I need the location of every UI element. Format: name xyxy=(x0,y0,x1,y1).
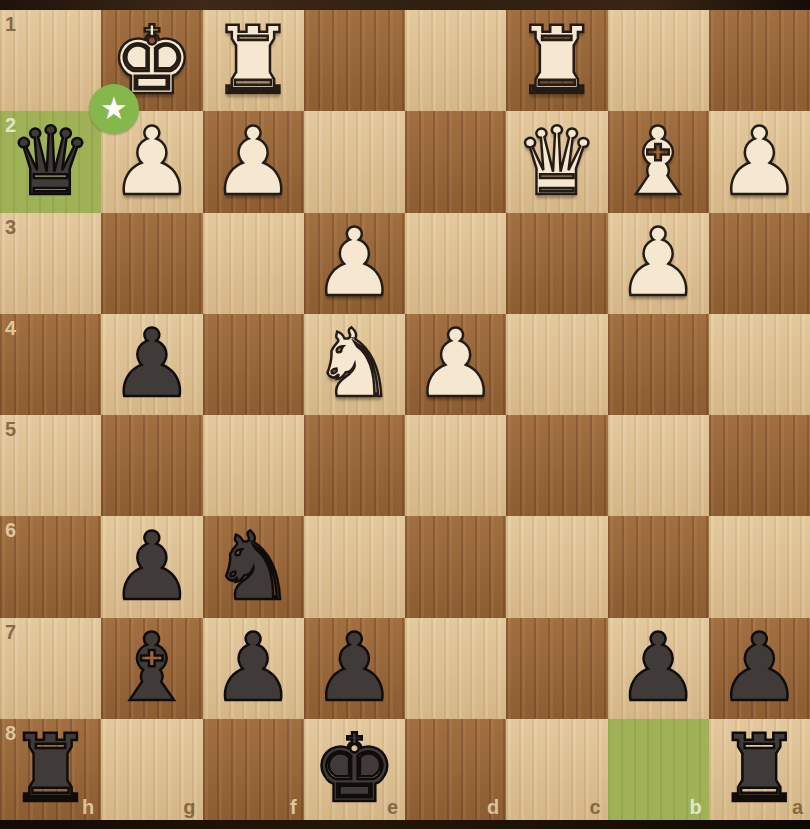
rank-label-8: 8 xyxy=(5,722,16,745)
square-b6[interactable] xyxy=(608,516,709,617)
square-e1[interactable] xyxy=(304,10,405,111)
square-a2[interactable]: ♟ xyxy=(709,111,810,212)
white-rook[interactable]: ♜ xyxy=(203,10,304,111)
black-pawn[interactable]: ♟ xyxy=(608,618,709,719)
table-background-bottom xyxy=(0,820,810,829)
square-d2[interactable] xyxy=(405,111,506,212)
square-d4[interactable]: ♟ xyxy=(405,314,506,415)
square-e2[interactable] xyxy=(304,111,405,212)
square-f6[interactable]: ♞ xyxy=(203,516,304,617)
black-pawn[interactable]: ♟ xyxy=(203,618,304,719)
file-label-c: c xyxy=(589,796,600,819)
square-c3[interactable] xyxy=(506,213,607,314)
square-h8[interactable]: ♜8h xyxy=(0,719,101,820)
square-a1[interactable] xyxy=(709,10,810,111)
rank-label-1: 1 xyxy=(5,13,16,36)
square-g7[interactable]: ♝ xyxy=(101,618,202,719)
square-d8[interactable]: d xyxy=(405,719,506,820)
white-queen[interactable]: ♛ xyxy=(506,111,607,212)
square-g3[interactable] xyxy=(101,213,202,314)
white-pawn[interactable]: ♟ xyxy=(405,314,506,415)
square-d3[interactable] xyxy=(405,213,506,314)
black-knight[interactable]: ♞ xyxy=(203,516,304,617)
square-h1[interactable]: 1 xyxy=(0,10,101,111)
white-pawn[interactable]: ♟ xyxy=(304,213,405,314)
square-a3[interactable] xyxy=(709,213,810,314)
square-d6[interactable] xyxy=(405,516,506,617)
rank-label-3: 3 xyxy=(5,216,16,239)
black-pawn[interactable]: ♟ xyxy=(101,516,202,617)
square-a5[interactable] xyxy=(709,415,810,516)
file-label-b: b xyxy=(690,796,702,819)
file-label-e: e xyxy=(387,796,398,819)
square-e3[interactable]: ♟ xyxy=(304,213,405,314)
rank-label-2: 2 xyxy=(5,114,16,137)
square-b7[interactable]: ♟ xyxy=(608,618,709,719)
rank-label-5: 5 xyxy=(5,418,16,441)
square-h3[interactable]: 3 xyxy=(0,213,101,314)
square-d1[interactable] xyxy=(405,10,506,111)
black-pawn[interactable]: ♟ xyxy=(709,618,810,719)
square-f2[interactable]: ♟ xyxy=(203,111,304,212)
chess-app-screen: 1♚♜♜♛2♟♟♛♝♟3♟♟4♟♞♟56♟♞7♝♟♟♟♟♜8hgf♚edcb♜a… xyxy=(0,0,810,829)
square-d5[interactable] xyxy=(405,415,506,516)
rank-label-7: 7 xyxy=(5,621,16,644)
square-b1[interactable] xyxy=(608,10,709,111)
square-h2[interactable]: ♛2 xyxy=(0,111,101,212)
square-g8[interactable]: g xyxy=(101,719,202,820)
white-pawn[interactable]: ♟ xyxy=(203,111,304,212)
file-label-d: d xyxy=(487,796,499,819)
rank-label-4: 4 xyxy=(5,317,16,340)
square-b3[interactable]: ♟ xyxy=(608,213,709,314)
square-h4[interactable]: 4 xyxy=(0,314,101,415)
white-knight[interactable]: ♞ xyxy=(304,314,405,415)
white-pawn[interactable]: ♟ xyxy=(608,213,709,314)
square-a7[interactable]: ♟ xyxy=(709,618,810,719)
best-move-badge: ★ xyxy=(89,84,139,134)
star-icon: ★ xyxy=(100,93,128,124)
square-e4[interactable]: ♞ xyxy=(304,314,405,415)
square-d7[interactable] xyxy=(405,618,506,719)
square-h7[interactable]: 7 xyxy=(0,618,101,719)
white-pawn[interactable]: ♟ xyxy=(709,111,810,212)
square-c6[interactable] xyxy=(506,516,607,617)
square-f7[interactable]: ♟ xyxy=(203,618,304,719)
square-a8[interactable]: ♜a xyxy=(709,719,810,820)
square-c5[interactable] xyxy=(506,415,607,516)
black-pawn[interactable]: ♟ xyxy=(304,618,405,719)
square-a6[interactable] xyxy=(709,516,810,617)
file-label-g: g xyxy=(183,796,195,819)
square-g4[interactable]: ♟ xyxy=(101,314,202,415)
rank-label-6: 6 xyxy=(5,519,16,542)
square-f3[interactable] xyxy=(203,213,304,314)
square-c4[interactable] xyxy=(506,314,607,415)
white-rook[interactable]: ♜ xyxy=(506,10,607,111)
square-f5[interactable] xyxy=(203,415,304,516)
square-c2[interactable]: ♛ xyxy=(506,111,607,212)
file-label-a: a xyxy=(792,796,803,819)
white-bishop[interactable]: ♝ xyxy=(608,111,709,212)
square-c7[interactable] xyxy=(506,618,607,719)
square-f8[interactable]: f xyxy=(203,719,304,820)
square-e7[interactable]: ♟ xyxy=(304,618,405,719)
square-g5[interactable] xyxy=(101,415,202,516)
square-a4[interactable] xyxy=(709,314,810,415)
square-f1[interactable]: ♜ xyxy=(203,10,304,111)
square-f4[interactable] xyxy=(203,314,304,415)
square-c8[interactable]: c xyxy=(506,719,607,820)
square-h6[interactable]: 6 xyxy=(0,516,101,617)
square-e6[interactable] xyxy=(304,516,405,617)
file-label-h: h xyxy=(82,796,94,819)
square-b5[interactable] xyxy=(608,415,709,516)
square-b2[interactable]: ♝ xyxy=(608,111,709,212)
square-g6[interactable]: ♟ xyxy=(101,516,202,617)
square-h5[interactable]: 5 xyxy=(0,415,101,516)
file-label-f: f xyxy=(290,796,297,819)
black-bishop[interactable]: ♝ xyxy=(101,618,202,719)
square-e8[interactable]: ♚e xyxy=(304,719,405,820)
black-pawn[interactable]: ♟ xyxy=(101,314,202,415)
square-c1[interactable]: ♜ xyxy=(506,10,607,111)
square-b4[interactable] xyxy=(608,314,709,415)
square-e5[interactable] xyxy=(304,415,405,516)
square-b8[interactable]: b xyxy=(608,719,709,820)
